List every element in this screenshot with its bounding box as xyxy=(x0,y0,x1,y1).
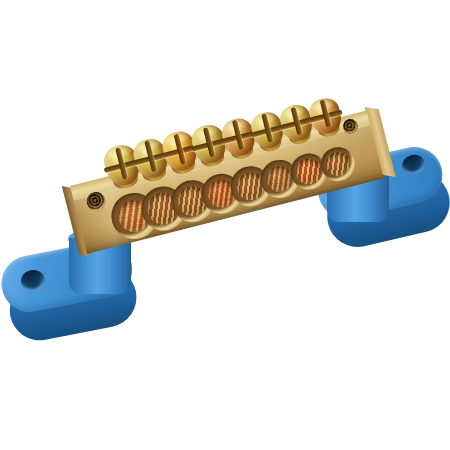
product-photo xyxy=(0,0,450,450)
left-stand-screw-hole xyxy=(19,268,47,293)
right-stand-screw-hole xyxy=(400,153,427,177)
